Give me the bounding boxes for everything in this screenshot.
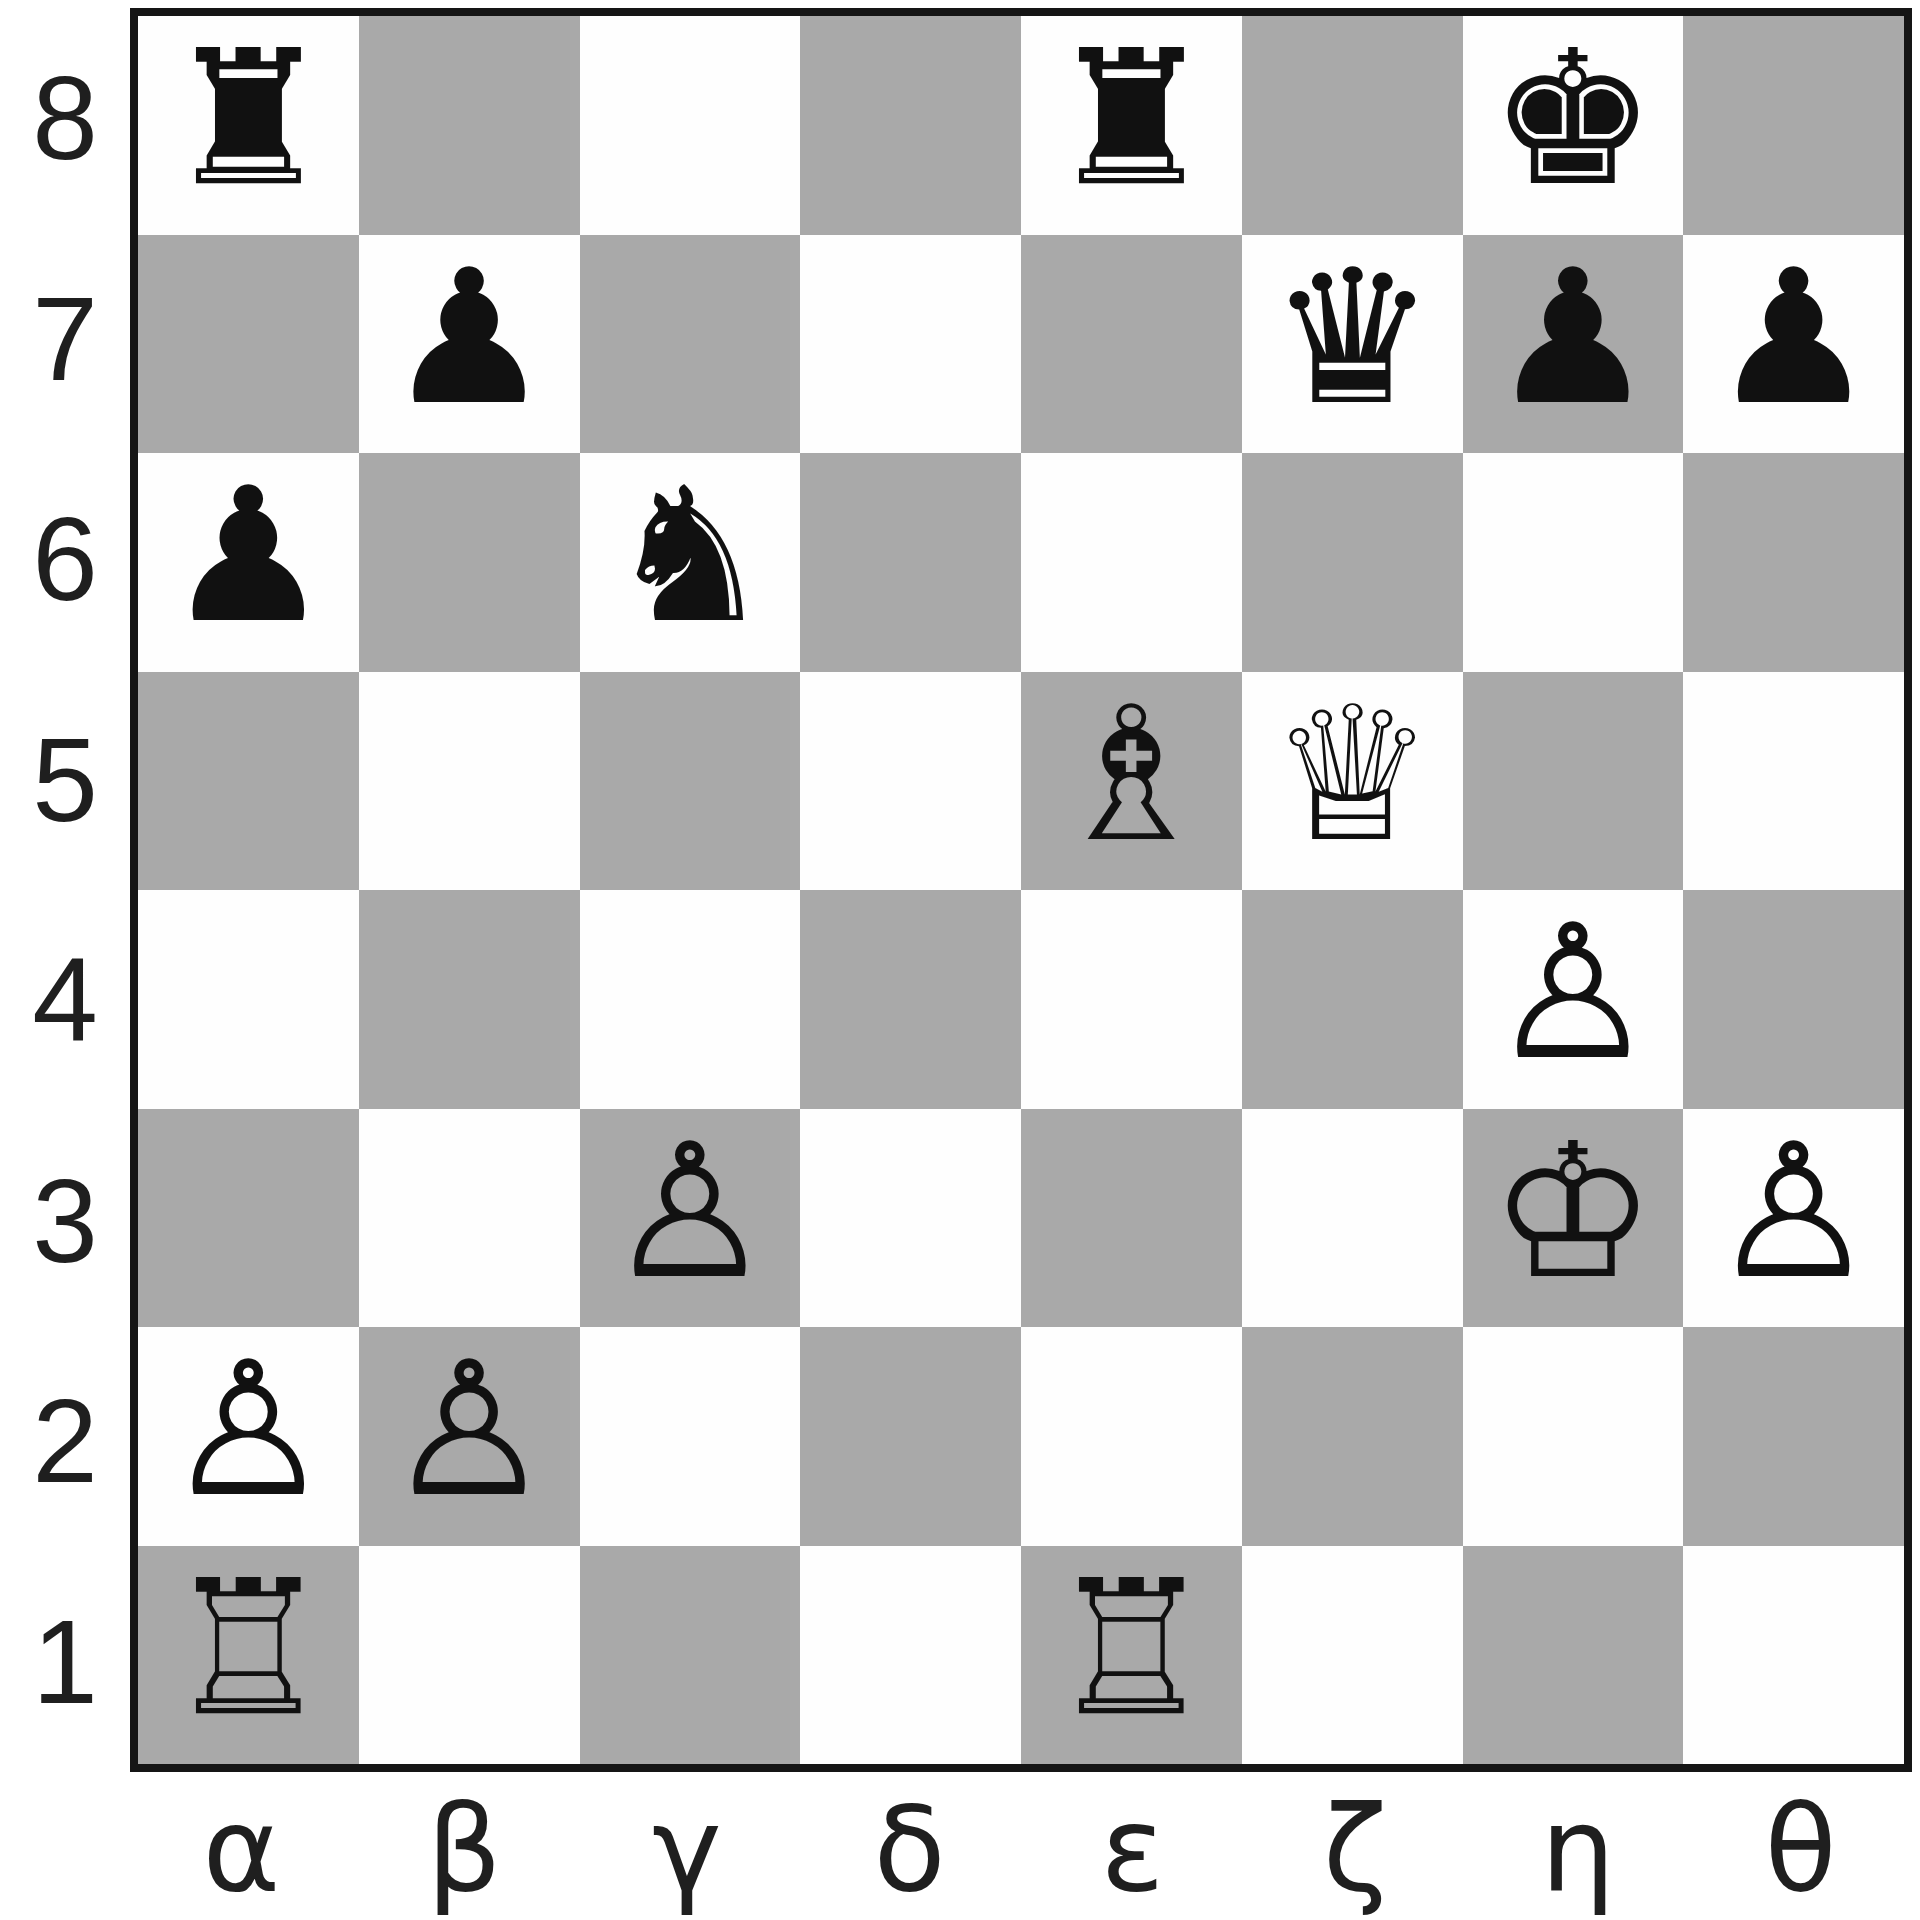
black-rook-a8: ♜ [165,26,332,212]
rank-label-4: 4 [0,890,130,1111]
square-g6[interactable] [1463,453,1684,672]
rank-label-1: 1 [0,1552,130,1773]
square-a7[interactable] [138,235,359,454]
white-rook-a1: ♖ [165,1556,332,1742]
square-f4[interactable] [1242,890,1463,1109]
square-b7[interactable]: ♟ [359,235,580,454]
square-c5[interactable] [580,672,801,891]
file-label-h: θ [1689,1772,1912,1920]
square-b2[interactable]: ♙ [359,1327,580,1546]
white-bishop-e5: ♗ [1048,682,1215,868]
square-c4[interactable] [580,890,801,1109]
square-h4[interactable] [1683,890,1904,1109]
square-h7[interactable]: ♟ [1683,235,1904,454]
file-label-g: η [1467,1772,1690,1920]
rank-label-6: 6 [0,449,130,670]
square-e8[interactable]: ♜ [1021,16,1242,235]
square-g3[interactable]: ♔ [1463,1109,1684,1328]
square-e4[interactable] [1021,890,1242,1109]
square-d5[interactable] [800,672,1021,891]
square-g2[interactable] [1463,1327,1684,1546]
square-g8[interactable]: ♚ [1463,16,1684,235]
file-label-b: β [353,1772,576,1920]
black-pawn-a6: ♟ [165,463,332,649]
square-c8[interactable] [580,16,801,235]
square-h1[interactable] [1683,1546,1904,1765]
file-label-a: α [130,1772,353,1920]
square-a8[interactable]: ♜ [138,16,359,235]
square-a2[interactable]: ♙ [138,1327,359,1546]
square-a6[interactable]: ♟ [138,453,359,672]
square-e2[interactable] [1021,1327,1242,1546]
rank-label-7: 7 [0,229,130,450]
square-c2[interactable] [580,1327,801,1546]
square-b6[interactable] [359,453,580,672]
square-d3[interactable] [800,1109,1021,1328]
square-f3[interactable] [1242,1109,1463,1328]
rank-labels: 87654321 [0,8,130,1772]
square-b8[interactable] [359,16,580,235]
square-e7[interactable] [1021,235,1242,454]
square-h8[interactable] [1683,16,1904,235]
square-e1[interactable]: ♖ [1021,1546,1242,1765]
chess-diagram: 87654321 ♜♜♚♟♛♟♟♟♞♗♕♙♙♔♙♙♙♖♖ αβγδεζηθ [0,0,1920,1920]
white-rook-e1: ♖ [1048,1556,1215,1742]
square-c6[interactable]: ♞ [580,453,801,672]
white-king-g3: ♔ [1490,1119,1657,1305]
black-king-g8: ♚ [1490,26,1657,212]
square-d4[interactable] [800,890,1021,1109]
white-pawn-g4: ♙ [1490,900,1657,1086]
square-g4[interactable]: ♙ [1463,890,1684,1109]
square-h6[interactable] [1683,453,1904,672]
square-e5[interactable]: ♗ [1021,672,1242,891]
black-rook-e8: ♜ [1048,26,1215,212]
square-e6[interactable] [1021,453,1242,672]
file-label-e: ε [1021,1772,1244,1920]
white-pawn-c3: ♙ [607,1119,774,1305]
square-f8[interactable] [1242,16,1463,235]
square-b4[interactable] [359,890,580,1109]
square-d2[interactable] [800,1327,1021,1546]
black-queen-f7: ♛ [1269,245,1436,431]
square-c3[interactable]: ♙ [580,1109,801,1328]
square-d8[interactable] [800,16,1021,235]
square-h2[interactable] [1683,1327,1904,1546]
white-pawn-a2: ♙ [165,1337,332,1523]
black-pawn-h7: ♟ [1710,245,1877,431]
square-h3[interactable]: ♙ [1683,1109,1904,1328]
square-d7[interactable] [800,235,1021,454]
black-pawn-g7: ♟ [1490,245,1657,431]
file-label-d: δ [798,1772,1021,1920]
square-b5[interactable] [359,672,580,891]
square-f1[interactable] [1242,1546,1463,1765]
chess-board: ♜♜♚♟♛♟♟♟♞♗♕♙♙♔♙♙♙♖♖ [130,8,1912,1772]
square-a4[interactable] [138,890,359,1109]
black-knight-c6: ♞ [607,463,774,649]
square-f2[interactable] [1242,1327,1463,1546]
white-pawn-h3: ♙ [1710,1119,1877,1305]
square-b3[interactable] [359,1109,580,1328]
white-pawn-b2: ♙ [386,1337,553,1523]
square-a1[interactable]: ♖ [138,1546,359,1765]
square-h5[interactable] [1683,672,1904,891]
black-pawn-b7: ♟ [386,245,553,431]
square-c1[interactable] [580,1546,801,1765]
white-queen-f5: ♕ [1269,682,1436,868]
file-labels: αβγδεζηθ [130,1772,1912,1920]
rank-label-5: 5 [0,670,130,891]
square-d1[interactable] [800,1546,1021,1765]
square-a5[interactable] [138,672,359,891]
square-b1[interactable] [359,1546,580,1765]
square-g5[interactable] [1463,672,1684,891]
square-e3[interactable] [1021,1109,1242,1328]
file-label-f: ζ [1244,1772,1467,1920]
square-a3[interactable] [138,1109,359,1328]
rank-label-2: 2 [0,1331,130,1552]
file-label-c: γ [576,1772,799,1920]
rank-label-8: 8 [0,8,130,229]
square-f6[interactable] [1242,453,1463,672]
square-f7[interactable]: ♛ [1242,235,1463,454]
square-g7[interactable]: ♟ [1463,235,1684,454]
square-f5[interactable]: ♕ [1242,672,1463,891]
square-g1[interactable] [1463,1546,1684,1765]
rank-label-3: 3 [0,1111,130,1332]
square-d6[interactable] [800,453,1021,672]
square-c7[interactable] [580,235,801,454]
